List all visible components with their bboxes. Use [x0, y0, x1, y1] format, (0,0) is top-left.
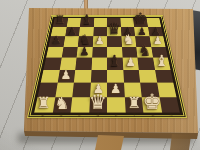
file-label-f: f — [134, 113, 136, 117]
square-h6 — [149, 36, 165, 46]
square-h3 — [155, 70, 174, 83]
square-c7 — [79, 27, 94, 36]
square-c3 — [74, 70, 91, 83]
square-e5 — [107, 46, 122, 57]
square-d6 — [92, 36, 107, 46]
file-label-b: b — [60, 113, 63, 117]
square-h8 — [146, 18, 161, 27]
square-h5 — [151, 46, 168, 57]
square-d5 — [92, 46, 107, 57]
file-label-e: e — [115, 113, 118, 117]
file-label-g: g — [151, 113, 154, 117]
square-h7 — [148, 27, 164, 36]
file-label-a: a — [41, 113, 44, 117]
square-f3 — [123, 70, 140, 83]
square-d8 — [93, 18, 107, 27]
file-label-d: d — [97, 113, 100, 117]
square-b7 — [65, 27, 80, 36]
square-f5 — [122, 46, 138, 57]
file-label-h: h — [170, 113, 173, 117]
square-e3 — [107, 70, 124, 83]
square-e4 — [107, 58, 123, 70]
square-d1 — [89, 97, 107, 113]
square-c1 — [71, 97, 90, 113]
square-b1 — [52, 97, 72, 113]
chess-board: abcdefgh — [27, 15, 187, 118]
square-h4 — [153, 58, 171, 70]
square-f8 — [120, 18, 134, 27]
square-f6 — [121, 36, 136, 46]
square-c2 — [72, 83, 90, 97]
square-d4 — [91, 58, 107, 70]
square-e2 — [107, 83, 124, 97]
square-d3 — [90, 70, 107, 83]
square-c5 — [77, 46, 93, 57]
square-h2 — [157, 83, 177, 97]
square-b5 — [61, 46, 77, 57]
square-b3 — [57, 70, 75, 83]
square-e7 — [107, 27, 121, 36]
square-d7 — [93, 27, 107, 36]
square-f1 — [124, 97, 143, 113]
square-f4 — [122, 58, 139, 70]
file-label-c: c — [78, 113, 80, 117]
square-b4 — [59, 58, 76, 70]
square-f7 — [121, 27, 136, 36]
square-c4 — [75, 58, 92, 70]
square-d2 — [90, 83, 107, 97]
photo-scene: abcdefgh ♜♝♚♟♛♟♟♟♟♞♟♞♟♟♞♝♟♝♟♟♟♜♞♛♜♚ — [0, 0, 200, 150]
board-squares — [34, 18, 180, 113]
square-e8 — [107, 18, 121, 27]
square-e6 — [107, 36, 122, 46]
square-b6 — [63, 36, 79, 46]
square-c6 — [78, 36, 93, 46]
square-b8 — [66, 18, 80, 27]
square-c8 — [80, 18, 94, 27]
square-h1 — [159, 97, 180, 113]
square-e1 — [107, 97, 125, 113]
square-b2 — [55, 83, 74, 97]
square-f2 — [124, 83, 142, 97]
